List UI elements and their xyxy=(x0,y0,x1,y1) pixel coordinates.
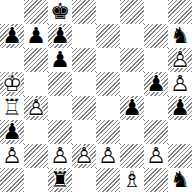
piece-white-pawn[interactable]: ♟♙ xyxy=(72,144,96,168)
piece-white-pawn[interactable]: ♟♙ xyxy=(168,72,192,96)
piece-white-pawn[interactable]: ♟♙ xyxy=(168,48,192,72)
square-a6[interactable] xyxy=(0,48,24,72)
square-g7[interactable] xyxy=(144,24,168,48)
square-f2[interactable] xyxy=(120,144,144,168)
square-h5[interactable]: ♟♙ xyxy=(168,72,192,96)
square-c3[interactable] xyxy=(48,120,72,144)
square-g1[interactable] xyxy=(144,168,168,192)
piece-white-bishop[interactable]: ♝♗ xyxy=(120,168,144,192)
chess-diagram: ♚♚♟♟♟♟♟♟♞♞♟♟♟♙♚♔♟♟♟♙♜♖♟♙♟♟♟♟♟♟♟♙♟♙♟♙♟♙♟♙… xyxy=(0,0,192,192)
square-a3[interactable]: ♟♟ xyxy=(0,120,24,144)
square-a2[interactable]: ♟♙ xyxy=(0,144,24,168)
white-pawn-glyph: ♙ xyxy=(24,96,48,120)
square-f5[interactable] xyxy=(120,72,144,96)
black-pawn-glyph: ♟ xyxy=(48,24,72,48)
piece-white-pawn[interactable]: ♟♙ xyxy=(144,144,168,168)
white-rook-glyph: ♖ xyxy=(0,96,24,120)
piece-black-pawn[interactable]: ♟♟ xyxy=(120,96,144,120)
square-a1[interactable] xyxy=(0,168,24,192)
piece-white-pawn[interactable]: ♟♙ xyxy=(24,96,48,120)
square-e5[interactable] xyxy=(96,72,120,96)
white-pawn-glyph: ♙ xyxy=(48,144,72,168)
square-h7[interactable]: ♞♞ xyxy=(168,24,192,48)
white-pawn-glyph: ♙ xyxy=(144,144,168,168)
square-d4[interactable] xyxy=(72,96,96,120)
black-pawn-glyph: ♟ xyxy=(24,24,48,48)
square-f7[interactable] xyxy=(120,24,144,48)
black-pawn-glyph: ♟ xyxy=(168,96,192,120)
square-f6[interactable] xyxy=(120,48,144,72)
square-c6[interactable]: ♟♟ xyxy=(48,48,72,72)
square-c8[interactable]: ♚♚ xyxy=(48,0,72,24)
piece-white-pawn[interactable]: ♟♙ xyxy=(0,144,24,168)
chess-board: ♚♚♟♟♟♟♟♟♞♞♟♟♟♙♚♔♟♟♟♙♜♖♟♙♟♟♟♟♟♟♟♙♟♙♟♙♟♙♟♙… xyxy=(0,0,192,192)
black-knight-glyph: ♞ xyxy=(168,168,192,192)
square-d5[interactable] xyxy=(72,72,96,96)
black-pawn-glyph: ♟ xyxy=(0,24,24,48)
black-rook-glyph: ♜ xyxy=(48,168,72,192)
piece-black-rook[interactable]: ♜♜ xyxy=(48,168,72,192)
square-e6[interactable] xyxy=(96,48,120,72)
black-king-glyph: ♚ xyxy=(48,0,72,24)
square-b4[interactable]: ♟♙ xyxy=(24,96,48,120)
square-e1[interactable] xyxy=(96,168,120,192)
square-d7[interactable] xyxy=(72,24,96,48)
white-pawn-glyph: ♙ xyxy=(96,144,120,168)
square-g8[interactable] xyxy=(144,0,168,24)
square-g6[interactable] xyxy=(144,48,168,72)
square-d6[interactable] xyxy=(72,48,96,72)
square-e7[interactable] xyxy=(96,24,120,48)
piece-black-pawn[interactable]: ♟♟ xyxy=(48,24,72,48)
piece-white-pawn[interactable]: ♟♙ xyxy=(96,144,120,168)
square-c4[interactable] xyxy=(48,96,72,120)
piece-black-pawn[interactable]: ♟♟ xyxy=(168,96,192,120)
square-b3[interactable] xyxy=(24,120,48,144)
square-d1[interactable] xyxy=(72,168,96,192)
white-pawn-glyph: ♙ xyxy=(72,144,96,168)
piece-black-pawn[interactable]: ♟♟ xyxy=(0,120,24,144)
piece-black-king[interactable]: ♚♚ xyxy=(48,0,72,24)
square-f3[interactable] xyxy=(120,120,144,144)
white-king-glyph: ♔ xyxy=(0,72,24,96)
square-c7[interactable]: ♟♟ xyxy=(48,24,72,48)
square-a7[interactable]: ♟♟ xyxy=(0,24,24,48)
square-h6[interactable]: ♟♙ xyxy=(168,48,192,72)
black-pawn-glyph: ♟ xyxy=(48,48,72,72)
square-d3[interactable] xyxy=(72,120,96,144)
piece-white-rook[interactable]: ♜♖ xyxy=(0,96,24,120)
square-c1[interactable]: ♜♜ xyxy=(48,168,72,192)
square-e4[interactable] xyxy=(96,96,120,120)
square-a4[interactable]: ♜♖ xyxy=(0,96,24,120)
piece-black-knight[interactable]: ♞♞ xyxy=(168,24,192,48)
square-f1[interactable]: ♝♗ xyxy=(120,168,144,192)
square-a8[interactable] xyxy=(0,0,24,24)
white-pawn-glyph: ♙ xyxy=(168,48,192,72)
square-b1[interactable] xyxy=(24,168,48,192)
white-bishop-glyph: ♗ xyxy=(120,168,144,192)
square-h1[interactable]: ♞♞ xyxy=(168,168,192,192)
square-f4[interactable]: ♟♟ xyxy=(120,96,144,120)
square-b6[interactable] xyxy=(24,48,48,72)
square-g4[interactable] xyxy=(144,96,168,120)
piece-black-pawn[interactable]: ♟♟ xyxy=(144,72,168,96)
piece-black-pawn[interactable]: ♟♟ xyxy=(0,24,24,48)
square-h3[interactable] xyxy=(168,120,192,144)
square-h4[interactable]: ♟♟ xyxy=(168,96,192,120)
square-h2[interactable] xyxy=(168,144,192,168)
square-f8[interactable] xyxy=(120,0,144,24)
square-a5[interactable]: ♚♔ xyxy=(0,72,24,96)
square-d2[interactable]: ♟♙ xyxy=(72,144,96,168)
square-e2[interactable]: ♟♙ xyxy=(96,144,120,168)
square-e3[interactable] xyxy=(96,120,120,144)
black-knight-glyph: ♞ xyxy=(168,24,192,48)
square-b7[interactable]: ♟♟ xyxy=(24,24,48,48)
piece-black-pawn[interactable]: ♟♟ xyxy=(24,24,48,48)
square-d8[interactable] xyxy=(72,0,96,24)
square-c2[interactable]: ♟♙ xyxy=(48,144,72,168)
white-pawn-glyph: ♙ xyxy=(0,144,24,168)
square-g2[interactable]: ♟♙ xyxy=(144,144,168,168)
piece-white-king[interactable]: ♚♔ xyxy=(0,72,24,96)
square-b8[interactable] xyxy=(24,0,48,24)
piece-black-pawn[interactable]: ♟♟ xyxy=(48,48,72,72)
square-b5[interactable] xyxy=(24,72,48,96)
square-e8[interactable] xyxy=(96,0,120,24)
square-g3[interactable] xyxy=(144,120,168,144)
piece-black-knight[interactable]: ♞♞ xyxy=(168,168,192,192)
black-pawn-glyph: ♟ xyxy=(120,96,144,120)
black-pawn-glyph: ♟ xyxy=(144,72,168,96)
piece-white-pawn[interactable]: ♟♙ xyxy=(48,144,72,168)
white-pawn-glyph: ♙ xyxy=(168,72,192,96)
square-h8[interactable] xyxy=(168,0,192,24)
black-pawn-glyph: ♟ xyxy=(0,120,24,144)
square-c5[interactable] xyxy=(48,72,72,96)
square-b2[interactable] xyxy=(24,144,48,168)
square-g5[interactable]: ♟♟ xyxy=(144,72,168,96)
